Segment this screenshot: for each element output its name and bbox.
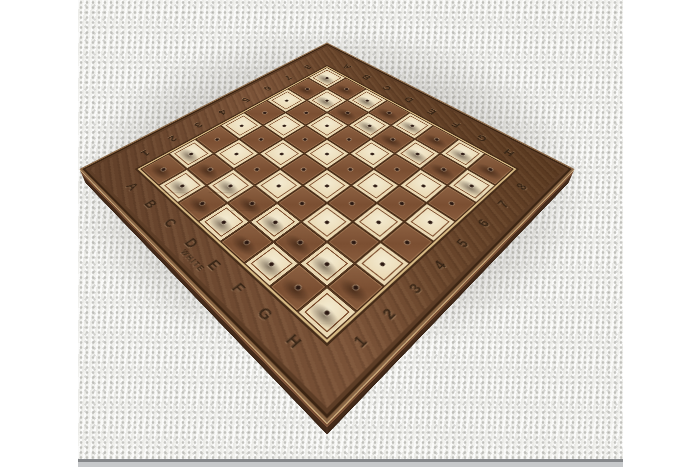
piece-glyph: ♜ xyxy=(282,251,348,333)
photo-bottom-edge-strip xyxy=(78,462,623,467)
piece-glyph: ♟ xyxy=(447,106,486,200)
fabric-background: ABCDEFGH ABCDEFGHWHITE 87654321 87654321… xyxy=(78,0,623,459)
scene: ABCDEFGH ABCDEFGHWHITE 87654321 87654321… xyxy=(78,0,623,459)
photo-canvas: ABCDEFGH ABCDEFGHWHITE 87654321 87654321… xyxy=(0,0,700,467)
